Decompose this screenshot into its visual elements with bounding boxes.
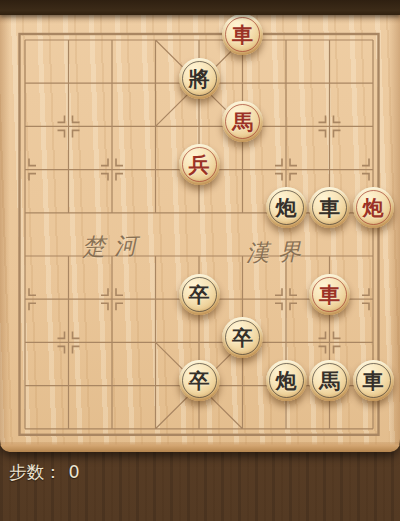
piece-character: 車 bbox=[319, 284, 340, 305]
board-point[interactable] bbox=[3, 148, 47, 191]
piece-red-chariot[interactable]: 車 bbox=[309, 274, 350, 315]
board-point[interactable] bbox=[3, 18, 47, 61]
piece-black-cannon[interactable]: 炮 bbox=[266, 360, 307, 401]
board-point[interactable] bbox=[221, 278, 265, 321]
board-point[interactable] bbox=[3, 321, 47, 364]
board-point[interactable] bbox=[3, 364, 47, 407]
board-point[interactable] bbox=[351, 62, 395, 105]
board-point[interactable] bbox=[47, 364, 91, 407]
board-point[interactable] bbox=[264, 18, 308, 61]
board-point[interactable] bbox=[90, 321, 134, 364]
board-point[interactable] bbox=[134, 105, 178, 148]
board-point[interactable] bbox=[221, 364, 265, 407]
board-point[interactable] bbox=[351, 321, 395, 364]
board-point[interactable] bbox=[351, 18, 395, 61]
piece-character: 車 bbox=[363, 370, 384, 391]
board-point[interactable] bbox=[47, 62, 91, 105]
board-point[interactable] bbox=[177, 234, 221, 277]
piece-character: 車 bbox=[319, 197, 340, 218]
board-point[interactable] bbox=[47, 191, 91, 234]
board-point[interactable] bbox=[308, 18, 352, 61]
board-point[interactable] bbox=[221, 148, 265, 191]
board-point[interactable] bbox=[308, 62, 352, 105]
piece-character: 炮 bbox=[276, 370, 297, 391]
piece-black-cannon[interactable]: 炮 bbox=[266, 187, 307, 228]
piece-black-soldier[interactable]: 卒 bbox=[179, 360, 220, 401]
piece-black-chariot[interactable]: 車 bbox=[353, 360, 394, 401]
board-point[interactable] bbox=[134, 234, 178, 277]
board-point[interactable]: 馬 bbox=[308, 364, 352, 407]
board-point[interactable] bbox=[90, 278, 134, 321]
board-point[interactable] bbox=[134, 364, 178, 407]
board-point[interactable] bbox=[90, 364, 134, 407]
board-point[interactable] bbox=[47, 105, 91, 148]
board-point[interactable] bbox=[47, 18, 91, 61]
board-point[interactable]: 卒 bbox=[177, 278, 221, 321]
board-point[interactable] bbox=[90, 191, 134, 234]
board-point[interactable]: 將 bbox=[177, 62, 221, 105]
top-shadow-strip bbox=[0, 0, 400, 15]
board-point[interactable] bbox=[47, 234, 91, 277]
board-point[interactable] bbox=[264, 407, 308, 450]
board-point[interactable]: 兵 bbox=[177, 148, 221, 191]
board-point[interactable] bbox=[264, 278, 308, 321]
board-point[interactable] bbox=[134, 407, 178, 450]
piece-character: 將 bbox=[189, 68, 210, 89]
board-point[interactable] bbox=[221, 191, 265, 234]
board-point[interactable]: 車 bbox=[308, 191, 352, 234]
board-point[interactable] bbox=[351, 148, 395, 191]
piece-red-soldier[interactable]: 兵 bbox=[179, 144, 220, 185]
board-point[interactable] bbox=[3, 62, 47, 105]
board-point[interactable] bbox=[3, 278, 47, 321]
board-point[interactable] bbox=[264, 62, 308, 105]
xiangqi-app: 楚河 漢界 車將馬兵炮車炮卒車卒卒炮馬車 步数： 0 bbox=[0, 0, 400, 521]
board-point[interactable] bbox=[177, 407, 221, 450]
board-point[interactable] bbox=[264, 234, 308, 277]
board-point[interactable] bbox=[47, 278, 91, 321]
board-point[interactable] bbox=[90, 148, 134, 191]
piece-black-general[interactable]: 將 bbox=[179, 58, 220, 99]
piece-character: 卒 bbox=[189, 370, 210, 391]
piece-red-cannon[interactable]: 炮 bbox=[353, 187, 394, 228]
piece-red-horse[interactable]: 馬 bbox=[222, 101, 263, 142]
piece-character: 炮 bbox=[363, 197, 384, 218]
move-count-value: 0 bbox=[69, 462, 80, 482]
piece-character: 卒 bbox=[232, 327, 253, 348]
board-point[interactable] bbox=[3, 234, 47, 277]
piece-black-soldier[interactable]: 卒 bbox=[179, 274, 220, 315]
board-point[interactable]: 馬 bbox=[221, 105, 265, 148]
board-point[interactable] bbox=[351, 407, 395, 450]
board-point[interactable] bbox=[47, 321, 91, 364]
board-point[interactable] bbox=[264, 105, 308, 148]
board-point[interactable]: 車 bbox=[308, 278, 352, 321]
piece-character: 車 bbox=[232, 24, 253, 45]
board-point[interactable] bbox=[308, 321, 352, 364]
piece-character: 兵 bbox=[189, 154, 210, 175]
board-point[interactable] bbox=[47, 407, 91, 450]
board-point[interactable]: 炮 bbox=[264, 364, 308, 407]
move-count-label: 步数： bbox=[9, 460, 62, 484]
piece-black-chariot[interactable]: 車 bbox=[309, 187, 350, 228]
board-grid-cells: 車將馬兵炮車炮卒車卒卒炮馬車 bbox=[3, 18, 395, 450]
board-point[interactable] bbox=[90, 234, 134, 277]
status-bar: 步数： 0 bbox=[9, 460, 80, 484]
board-point[interactable] bbox=[134, 62, 178, 105]
board-point[interactable] bbox=[90, 62, 134, 105]
board-point[interactable] bbox=[221, 234, 265, 277]
board-point[interactable]: 卒 bbox=[221, 321, 265, 364]
board-point[interactable] bbox=[3, 105, 47, 148]
board-point[interactable] bbox=[90, 18, 134, 61]
board-point[interactable] bbox=[308, 407, 352, 450]
board-point[interactable] bbox=[308, 234, 352, 277]
board-point[interactable]: 車 bbox=[221, 18, 265, 61]
board-point[interactable] bbox=[47, 148, 91, 191]
board-point[interactable] bbox=[351, 278, 395, 321]
board-point[interactable]: 卒 bbox=[177, 364, 221, 407]
board-point[interactable] bbox=[134, 148, 178, 191]
board-point[interactable] bbox=[308, 148, 352, 191]
board-point[interactable] bbox=[221, 62, 265, 105]
board-point[interactable] bbox=[90, 407, 134, 450]
board-point[interactable] bbox=[3, 407, 47, 450]
board-point[interactable] bbox=[221, 407, 265, 450]
board-point[interactable]: 車 bbox=[351, 364, 395, 407]
board-point[interactable] bbox=[3, 191, 47, 234]
board-point[interactable] bbox=[134, 191, 178, 234]
board-point[interactable] bbox=[264, 321, 308, 364]
piece-black-horse[interactable]: 馬 bbox=[309, 360, 350, 401]
board-point[interactable] bbox=[90, 105, 134, 148]
piece-character: 馬 bbox=[232, 111, 253, 132]
board-point[interactable] bbox=[308, 105, 352, 148]
board-point[interactable]: 炮 bbox=[264, 191, 308, 234]
piece-character: 卒 bbox=[189, 284, 210, 305]
board-point[interactable] bbox=[134, 18, 178, 61]
piece-black-soldier[interactable]: 卒 bbox=[222, 317, 263, 358]
piece-red-chariot[interactable]: 車 bbox=[222, 14, 263, 55]
board-point[interactable] bbox=[177, 105, 221, 148]
board-point[interactable] bbox=[134, 321, 178, 364]
board-point[interactable] bbox=[351, 105, 395, 148]
xiangqi-board: 楚河 漢界 車將馬兵炮車炮卒車卒卒炮馬車 bbox=[0, 15, 400, 452]
piece-character: 馬 bbox=[319, 370, 340, 391]
piece-character: 炮 bbox=[276, 197, 297, 218]
board-point[interactable] bbox=[177, 191, 221, 234]
board-point[interactable] bbox=[351, 234, 395, 277]
board-point[interactable] bbox=[177, 18, 221, 61]
board-point[interactable] bbox=[134, 278, 178, 321]
board-point[interactable]: 炮 bbox=[351, 191, 395, 234]
board-point[interactable] bbox=[177, 321, 221, 364]
board-point[interactable] bbox=[264, 148, 308, 191]
